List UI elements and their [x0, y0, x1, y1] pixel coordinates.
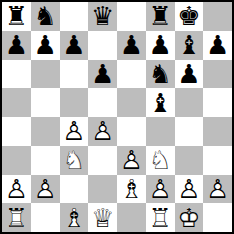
- square-d1[interactable]: ♛♕: [88, 203, 117, 232]
- piece-black-pawn[interactable]: ♟: [31, 31, 60, 60]
- square-e7[interactable]: ♟: [117, 31, 146, 60]
- piece-white-pawn[interactable]: ♟♙: [175, 175, 204, 204]
- piece-black-pawn[interactable]: ♟: [146, 31, 175, 60]
- square-a3[interactable]: [2, 146, 31, 175]
- pawn-outline-icon: ♙: [88, 117, 117, 146]
- bishop-icon: ♝: [175, 31, 204, 60]
- square-e2[interactable]: ♝♗: [117, 175, 146, 204]
- piece-white-pawn[interactable]: ♟♙: [88, 117, 117, 146]
- chess-board: ♜♞♛♜♚♟♟♟♟♟♝♟♟♞♟♝♟♙♟♙♞♘♟♙♞♘♟♙♟♙♝♗♟♙♟♙♟♙♜♖…: [0, 0, 234, 234]
- square-g8[interactable]: ♚: [175, 2, 204, 31]
- square-c7[interactable]: ♟: [60, 31, 89, 60]
- square-a6[interactable]: [2, 60, 31, 89]
- square-f1[interactable]: ♜♖: [146, 203, 175, 232]
- square-c5[interactable]: [60, 88, 89, 117]
- square-h3[interactable]: [203, 146, 232, 175]
- square-a7[interactable]: ♟: [2, 31, 31, 60]
- piece-white-knight[interactable]: ♞♘: [146, 146, 175, 175]
- square-d3[interactable]: [88, 146, 117, 175]
- square-g1[interactable]: ♚♔: [175, 203, 204, 232]
- square-a2[interactable]: ♟♙: [2, 175, 31, 204]
- square-f8[interactable]: ♜: [146, 2, 175, 31]
- piece-white-pawn[interactable]: ♟♙: [60, 117, 89, 146]
- piece-white-rook[interactable]: ♜♖: [146, 203, 175, 232]
- pawn-outline-icon: ♙: [31, 175, 60, 204]
- piece-black-bishop[interactable]: ♝: [175, 31, 204, 60]
- square-a4[interactable]: [2, 117, 31, 146]
- square-d2[interactable]: [88, 175, 117, 204]
- piece-white-bishop[interactable]: ♝♗: [117, 175, 146, 204]
- piece-black-queen[interactable]: ♛: [88, 2, 117, 31]
- square-b4[interactable]: [31, 117, 60, 146]
- piece-white-pawn[interactable]: ♟♙: [203, 175, 232, 204]
- king-icon: ♚: [175, 2, 204, 31]
- square-b6[interactable]: [31, 60, 60, 89]
- piece-black-bishop[interactable]: ♝: [146, 88, 175, 117]
- piece-white-pawn[interactable]: ♟♙: [146, 175, 175, 204]
- square-e3[interactable]: ♟♙: [117, 146, 146, 175]
- square-e1[interactable]: [117, 203, 146, 232]
- pawn-outline-icon: ♙: [146, 175, 175, 204]
- knight-icon: ♞: [31, 2, 60, 31]
- pawn-icon: ♟: [175, 60, 204, 89]
- pawn-icon: ♟: [2, 31, 31, 60]
- square-f4[interactable]: [146, 117, 175, 146]
- square-f6[interactable]: ♞: [146, 60, 175, 89]
- square-h5[interactable]: [203, 88, 232, 117]
- square-g4[interactable]: [175, 117, 204, 146]
- bishop-outline-icon: ♗: [117, 175, 146, 204]
- square-h7[interactable]: ♟: [203, 31, 232, 60]
- rook-outline-icon: ♖: [2, 203, 31, 232]
- bishop-outline-icon: ♗: [60, 203, 89, 232]
- pawn-outline-icon: ♙: [60, 117, 89, 146]
- square-e5[interactable]: [117, 88, 146, 117]
- square-h8[interactable]: [203, 2, 232, 31]
- square-b5[interactable]: [31, 88, 60, 117]
- square-g6[interactable]: ♟: [175, 60, 204, 89]
- square-b2[interactable]: ♟♙: [31, 175, 60, 204]
- square-h2[interactable]: ♟♙: [203, 175, 232, 204]
- queen-outline-icon: ♕: [88, 203, 117, 232]
- piece-black-knight[interactable]: ♞: [146, 60, 175, 89]
- square-e8[interactable]: [117, 2, 146, 31]
- piece-black-pawn[interactable]: ♟: [117, 31, 146, 60]
- piece-black-pawn[interactable]: ♟: [175, 60, 204, 89]
- square-b7[interactable]: ♟: [31, 31, 60, 60]
- piece-black-rook[interactable]: ♜: [2, 2, 31, 31]
- pawn-outline-icon: ♙: [2, 175, 31, 204]
- square-c3[interactable]: ♞♘: [60, 146, 89, 175]
- square-d8[interactable]: ♛: [88, 2, 117, 31]
- pawn-outline-icon: ♙: [203, 175, 232, 204]
- square-a5[interactable]: [2, 88, 31, 117]
- pawn-icon: ♟: [146, 31, 175, 60]
- square-c6[interactable]: [60, 60, 89, 89]
- square-e4[interactable]: [117, 117, 146, 146]
- pawn-outline-icon: ♙: [117, 146, 146, 175]
- square-d7[interactable]: [88, 31, 117, 60]
- pawn-icon: ♟: [60, 31, 89, 60]
- square-d4[interactable]: ♟♙: [88, 117, 117, 146]
- pawn-icon: ♟: [203, 31, 232, 60]
- square-h6[interactable]: [203, 60, 232, 89]
- rook-outline-icon: ♖: [146, 203, 175, 232]
- square-f5[interactable]: ♝: [146, 88, 175, 117]
- square-b8[interactable]: ♞: [31, 2, 60, 31]
- pawn-icon: ♟: [31, 31, 60, 60]
- knight-outline-icon: ♘: [146, 146, 175, 175]
- square-a1[interactable]: ♜♖: [2, 203, 31, 232]
- piece-black-pawn[interactable]: ♟: [203, 31, 232, 60]
- rook-icon: ♜: [146, 2, 175, 31]
- square-g5[interactable]: [175, 88, 204, 117]
- piece-white-bishop[interactable]: ♝♗: [60, 203, 89, 232]
- square-c8[interactable]: [60, 2, 89, 31]
- square-b1[interactable]: [31, 203, 60, 232]
- square-g2[interactable]: ♟♙: [175, 175, 204, 204]
- piece-black-rook[interactable]: ♜: [146, 2, 175, 31]
- square-g3[interactable]: [175, 146, 204, 175]
- piece-white-knight[interactable]: ♞♘: [60, 146, 89, 175]
- square-d5[interactable]: [88, 88, 117, 117]
- square-e6[interactable]: [117, 60, 146, 89]
- piece-white-rook[interactable]: ♜♖: [2, 203, 31, 232]
- piece-white-pawn[interactable]: ♟♙: [31, 175, 60, 204]
- piece-black-king[interactable]: ♚: [175, 2, 204, 31]
- square-f7[interactable]: ♟: [146, 31, 175, 60]
- queen-icon: ♛: [88, 2, 117, 31]
- square-h4[interactable]: [203, 117, 232, 146]
- rook-icon: ♜: [2, 2, 31, 31]
- square-f3[interactable]: ♞♘: [146, 146, 175, 175]
- pawn-outline-icon: ♙: [175, 175, 204, 204]
- knight-outline-icon: ♘: [60, 146, 89, 175]
- piece-white-queen[interactable]: ♛♕: [88, 203, 117, 232]
- bishop-icon: ♝: [146, 88, 175, 117]
- pawn-icon: ♟: [117, 31, 146, 60]
- pawn-icon: ♟: [88, 60, 117, 89]
- piece-black-pawn[interactable]: ♟: [60, 31, 89, 60]
- piece-black-pawn[interactable]: ♟: [88, 60, 117, 89]
- square-b3[interactable]: [31, 146, 60, 175]
- square-c2[interactable]: [60, 175, 89, 204]
- square-h1[interactable]: [203, 203, 232, 232]
- piece-black-pawn[interactable]: ♟: [2, 31, 31, 60]
- piece-black-knight[interactable]: ♞: [31, 2, 60, 31]
- knight-icon: ♞: [146, 60, 175, 89]
- square-d6[interactable]: ♟: [88, 60, 117, 89]
- piece-white-pawn[interactable]: ♟♙: [117, 146, 146, 175]
- piece-white-pawn[interactable]: ♟♙: [2, 175, 31, 204]
- square-a8[interactable]: ♜: [2, 2, 31, 31]
- square-c1[interactable]: ♝♗: [60, 203, 89, 232]
- square-f2[interactable]: ♟♙: [146, 175, 175, 204]
- piece-white-king[interactable]: ♚♔: [175, 203, 204, 232]
- king-outline-icon: ♔: [175, 203, 204, 232]
- square-g7[interactable]: ♝: [175, 31, 204, 60]
- square-c4[interactable]: ♟♙: [60, 117, 89, 146]
